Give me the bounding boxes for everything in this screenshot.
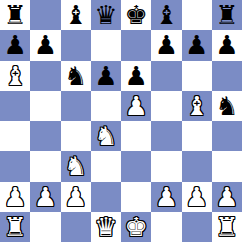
piece-white-pawn[interactable]: ♟ — [155, 182, 178, 212]
piece-white-rook[interactable]: ♜ — [215, 212, 238, 242]
piece-black-pawn[interactable]: ♟ — [215, 30, 238, 60]
square-c3[interactable]: ♞ — [61, 151, 91, 181]
piece-black-pawn[interactable]: ♟ — [124, 61, 147, 91]
piece-white-pawn[interactable]: ♟ — [3, 182, 26, 212]
square-b2[interactable]: ♟ — [30, 182, 60, 212]
square-c7[interactable] — [61, 30, 91, 60]
square-h6[interactable] — [212, 61, 242, 91]
square-h1[interactable]: ♜ — [212, 212, 242, 242]
square-h4[interactable] — [212, 121, 242, 151]
square-d8[interactable]: ♛ — [91, 0, 121, 30]
square-g5[interactable]: ♝ — [182, 91, 212, 121]
square-h7[interactable]: ♟ — [212, 30, 242, 60]
square-a1[interactable]: ♜ — [0, 212, 30, 242]
square-b4[interactable] — [30, 121, 60, 151]
piece-black-bishop[interactable]: ♝ — [64, 0, 87, 30]
square-a8[interactable]: ♜ — [0, 0, 30, 30]
square-f6[interactable] — [151, 61, 181, 91]
square-b3[interactable] — [30, 151, 60, 181]
square-e5[interactable]: ♟ — [121, 91, 151, 121]
square-h2[interactable]: ♟ — [212, 182, 242, 212]
square-g6[interactable] — [182, 61, 212, 91]
piece-black-rook[interactable]: ♜ — [215, 0, 238, 30]
square-f2[interactable]: ♟ — [151, 182, 181, 212]
square-a5[interactable] — [0, 91, 30, 121]
square-e2[interactable] — [121, 182, 151, 212]
square-g3[interactable] — [182, 151, 212, 181]
square-d7[interactable] — [91, 30, 121, 60]
square-b1[interactable] — [30, 212, 60, 242]
piece-black-pawn[interactable]: ♟ — [185, 30, 208, 60]
piece-black-pawn[interactable]: ♟ — [155, 30, 178, 60]
piece-black-knight[interactable]: ♞ — [64, 61, 87, 91]
square-d5[interactable] — [91, 91, 121, 121]
square-f3[interactable] — [151, 151, 181, 181]
piece-white-queen[interactable]: ♛ — [94, 212, 117, 242]
square-b5[interactable] — [30, 91, 60, 121]
piece-white-pawn[interactable]: ♟ — [185, 182, 208, 212]
square-d3[interactable] — [91, 151, 121, 181]
square-c2[interactable]: ♟ — [61, 182, 91, 212]
piece-white-pawn[interactable]: ♟ — [215, 182, 238, 212]
piece-white-pawn[interactable]: ♟ — [64, 182, 87, 212]
square-f4[interactable] — [151, 121, 181, 151]
square-e7[interactable] — [121, 30, 151, 60]
square-a2[interactable]: ♟ — [0, 182, 30, 212]
piece-white-king[interactable]: ♚ — [124, 212, 147, 242]
square-d6[interactable]: ♟ — [91, 61, 121, 91]
square-g1[interactable] — [182, 212, 212, 242]
square-a3[interactable] — [0, 151, 30, 181]
square-b6[interactable] — [30, 61, 60, 91]
square-e8[interactable]: ♚ — [121, 0, 151, 30]
square-f7[interactable]: ♟ — [151, 30, 181, 60]
square-h3[interactable] — [212, 151, 242, 181]
piece-white-pawn[interactable]: ♟ — [124, 91, 147, 121]
square-a7[interactable]: ♟ — [0, 30, 30, 60]
square-d2[interactable] — [91, 182, 121, 212]
square-g4[interactable] — [182, 121, 212, 151]
piece-white-rook[interactable]: ♜ — [3, 212, 26, 242]
square-f5[interactable] — [151, 91, 181, 121]
piece-white-bishop[interactable]: ♝ — [3, 61, 26, 91]
piece-white-knight[interactable]: ♞ — [64, 151, 87, 181]
square-g2[interactable]: ♟ — [182, 182, 212, 212]
square-f8[interactable]: ♝ — [151, 0, 181, 30]
square-e4[interactable] — [121, 121, 151, 151]
piece-black-pawn[interactable]: ♟ — [3, 30, 26, 60]
square-h8[interactable]: ♜ — [212, 0, 242, 30]
square-d1[interactable]: ♛ — [91, 212, 121, 242]
piece-black-king[interactable]: ♚ — [124, 0, 147, 30]
square-g8[interactable] — [182, 0, 212, 30]
piece-black-knight[interactable]: ♞ — [215, 91, 238, 121]
square-c1[interactable] — [61, 212, 91, 242]
square-a6[interactable]: ♝ — [0, 61, 30, 91]
piece-white-bishop[interactable]: ♝ — [185, 91, 208, 121]
square-e1[interactable]: ♚ — [121, 212, 151, 242]
square-c8[interactable]: ♝ — [61, 0, 91, 30]
square-a4[interactable] — [0, 121, 30, 151]
piece-black-queen[interactable]: ♛ — [94, 0, 117, 30]
square-e6[interactable]: ♟ — [121, 61, 151, 91]
square-e3[interactable] — [121, 151, 151, 181]
piece-black-pawn[interactable]: ♟ — [34, 30, 57, 60]
square-b8[interactable] — [30, 0, 60, 30]
piece-white-knight[interactable]: ♞ — [94, 121, 117, 151]
square-h5[interactable]: ♞ — [212, 91, 242, 121]
square-b7[interactable]: ♟ — [30, 30, 60, 60]
square-c6[interactable]: ♞ — [61, 61, 91, 91]
square-c5[interactable] — [61, 91, 91, 121]
square-d4[interactable]: ♞ — [91, 121, 121, 151]
chess-board: ♜♝♛♚♝♜♟♟♟♟♟♝♞♟♟♟♝♞♞♞♟♟♟♟♟♟♜♛♚♜ — [0, 0, 242, 242]
square-g7[interactable]: ♟ — [182, 30, 212, 60]
piece-black-pawn[interactable]: ♟ — [94, 61, 117, 91]
square-f1[interactable] — [151, 212, 181, 242]
piece-black-rook[interactable]: ♜ — [3, 0, 26, 30]
piece-white-pawn[interactable]: ♟ — [34, 182, 57, 212]
piece-black-bishop[interactable]: ♝ — [155, 0, 178, 30]
square-c4[interactable] — [61, 121, 91, 151]
